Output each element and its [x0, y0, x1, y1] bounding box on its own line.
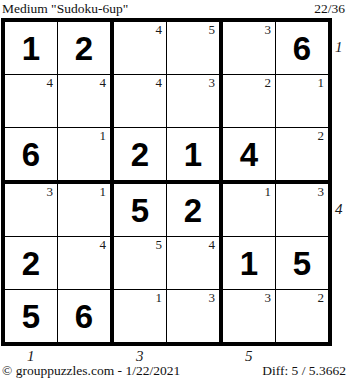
cell-r5c6: 5 — [276, 237, 328, 290]
cell-r4c6[interactable]: 3 — [276, 184, 328, 237]
given-digit: 1 — [184, 138, 202, 171]
cell-r6c5[interactable]: 3 — [223, 290, 276, 342]
cell-r3c4: 1 — [167, 128, 223, 184]
given-digit: 2 — [75, 32, 93, 65]
corner-mark: 3 — [209, 291, 216, 305]
corner-mark: 4 — [209, 238, 216, 252]
corner-mark: 5 — [156, 238, 163, 252]
page-title: Medium "Sudoku-6up" — [2, 1, 128, 17]
corner-mark: 2 — [265, 76, 272, 90]
cell-r1c4[interactable]: 5 — [167, 22, 223, 75]
cell-r3c3: 2 — [114, 128, 167, 184]
cell-r3c6[interactable]: 2 — [276, 128, 328, 184]
corner-mark: 2 — [318, 129, 325, 143]
corner-mark: 3 — [265, 291, 272, 305]
corner-mark: 1 — [100, 185, 107, 199]
corner-mark: 4 — [156, 76, 163, 90]
given-digit: 6 — [293, 32, 311, 65]
given-digit: 6 — [75, 300, 93, 333]
given-digit: 4 — [240, 138, 258, 171]
given-digit: 1 — [22, 32, 40, 65]
cell-r6c3[interactable]: 1 — [114, 290, 167, 342]
copyright-text: © grouppuzzles.com - 1/22/2021 — [2, 363, 180, 379]
cell-r2c2[interactable]: 4 — [58, 75, 114, 128]
cell-r1c3[interactable]: 4 — [114, 22, 167, 75]
row-label-4: 4 — [335, 202, 343, 217]
row-label-1: 1 — [335, 40, 343, 55]
cell-r5c3[interactable]: 5 — [114, 237, 167, 290]
footer: © grouppuzzles.com - 1/22/2021 Diff: 5 /… — [2, 363, 346, 379]
cell-r1c6: 6 — [276, 22, 328, 75]
cell-r5c2[interactable]: 4 — [58, 237, 114, 290]
corner-mark: 3 — [265, 23, 272, 37]
cell-r2c6[interactable]: 1 — [276, 75, 328, 128]
cell-r1c1: 1 — [5, 22, 58, 75]
given-digit: 5 — [22, 300, 40, 333]
cell-r6c4[interactable]: 3 — [167, 290, 223, 342]
cell-r1c2: 2 — [58, 22, 114, 75]
cell-r5c5: 1 — [223, 237, 276, 290]
corner-mark: 4 — [47, 76, 54, 90]
given-digit: 5 — [131, 194, 149, 227]
given-digit: 2 — [184, 194, 202, 227]
corner-mark: 4 — [100, 238, 107, 252]
cell-r6c6[interactable]: 2 — [276, 290, 328, 342]
corner-mark: 4 — [100, 76, 107, 90]
cell-r3c2[interactable]: 1 — [58, 128, 114, 184]
progress-counter: 22/36 — [314, 1, 345, 17]
corner-mark: 4 — [156, 23, 163, 37]
corner-mark: 3 — [209, 76, 216, 90]
given-digit: 2 — [22, 247, 40, 280]
corner-mark: 3 — [318, 185, 325, 199]
cell-r2c5[interactable]: 2 — [223, 75, 276, 128]
corner-mark: 5 — [209, 23, 216, 37]
corner-mark: 1 — [100, 129, 107, 143]
cell-r5c1: 2 — [5, 237, 58, 290]
col-label-3: 3 — [136, 349, 144, 364]
corner-mark: 2 — [318, 291, 325, 305]
cell-r4c2[interactable]: 1 — [58, 184, 114, 237]
header: Medium "Sudoku-6up" 22/36 — [2, 1, 345, 17]
cell-r4c5[interactable]: 1 — [223, 184, 276, 237]
cell-r2c4[interactable]: 3 — [167, 75, 223, 128]
cell-r4c4: 2 — [167, 184, 223, 237]
given-digit: 1 — [240, 247, 258, 280]
corner-mark: 1 — [156, 291, 163, 305]
cell-r3c5: 4 — [223, 128, 276, 184]
corner-mark: 1 — [318, 76, 325, 90]
cell-r6c1: 5 — [5, 290, 58, 342]
cell-r4c3: 5 — [114, 184, 167, 237]
sudoku-page: Medium "Sudoku-6up" 22/36 12453644432161… — [0, 0, 347, 381]
col-label-5: 5 — [245, 349, 253, 364]
cell-r2c1[interactable]: 4 — [5, 75, 58, 128]
col-label-1: 1 — [27, 349, 35, 364]
difficulty-text: Diff: 5 / 5.3662 — [262, 363, 346, 379]
cell-r1c5[interactable]: 3 — [223, 22, 276, 75]
given-digit: 2 — [131, 138, 149, 171]
given-digit: 6 — [22, 138, 40, 171]
cell-r5c4[interactable]: 4 — [167, 237, 223, 290]
sudoku-board: 124536444321612142315213245415561332 — [1, 18, 332, 346]
corner-mark: 3 — [47, 185, 54, 199]
corner-mark: 1 — [265, 185, 272, 199]
cell-r3c1: 6 — [5, 128, 58, 184]
given-digit: 5 — [293, 247, 311, 280]
cell-r6c2: 6 — [58, 290, 114, 342]
cell-r2c3[interactable]: 4 — [114, 75, 167, 128]
cell-r4c1[interactable]: 3 — [5, 184, 58, 237]
